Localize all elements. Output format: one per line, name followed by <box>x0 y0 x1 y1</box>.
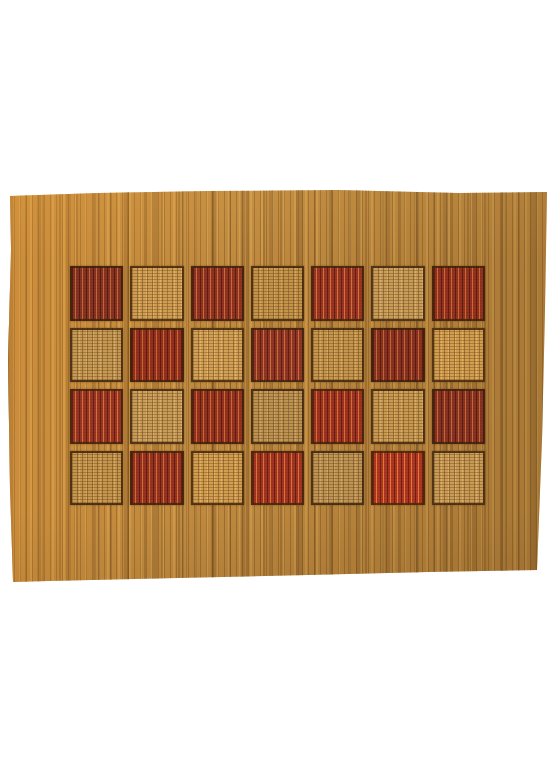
rug-square-r4c4-red <box>251 451 304 506</box>
rug-square-r3c1-red <box>70 389 123 444</box>
rug-square-r1c4-gold <box>251 266 304 321</box>
rug-square-r1c5-red <box>311 266 364 321</box>
rug-square-r2c5-gold <box>311 328 364 383</box>
rug-square-r4c1-gold <box>70 451 123 506</box>
rug-square-r2c3-gold <box>191 328 244 383</box>
rug-square-r3c2-gold <box>130 389 183 444</box>
rug-square-r2c2-red <box>130 328 183 383</box>
checkerboard-grid <box>70 266 485 505</box>
rug-square-r2c1-gold <box>70 328 123 383</box>
rug-square-r4c7-gold <box>432 451 485 506</box>
rug-square-r1c6-gold <box>371 266 424 321</box>
rug-square-r2c7-gold <box>432 328 485 383</box>
rug-square-r2c6-red <box>371 328 424 383</box>
rug-square-r4c2-red <box>130 451 183 506</box>
rug-square-r1c3-red <box>191 266 244 321</box>
rug-square-r1c7-red <box>432 266 485 321</box>
rug <box>8 190 548 582</box>
rug-square-r1c1-red <box>70 266 123 321</box>
rug-square-r1c2-gold <box>130 266 183 321</box>
rug-square-r3c6-gold <box>371 389 424 444</box>
rug-square-r3c3-red <box>191 389 244 444</box>
rug-square-r3c5-red <box>311 389 364 444</box>
rug-square-r4c5-gold <box>311 451 364 506</box>
rug-square-r3c7-red <box>432 389 485 444</box>
rug-square-r3c4-gold <box>251 389 304 444</box>
rug-square-r2c4-red <box>251 328 304 383</box>
rug-product-photo <box>0 0 554 778</box>
rug-square-r4c3-gold <box>191 451 244 506</box>
rug-square-r4c6-red <box>371 451 424 506</box>
